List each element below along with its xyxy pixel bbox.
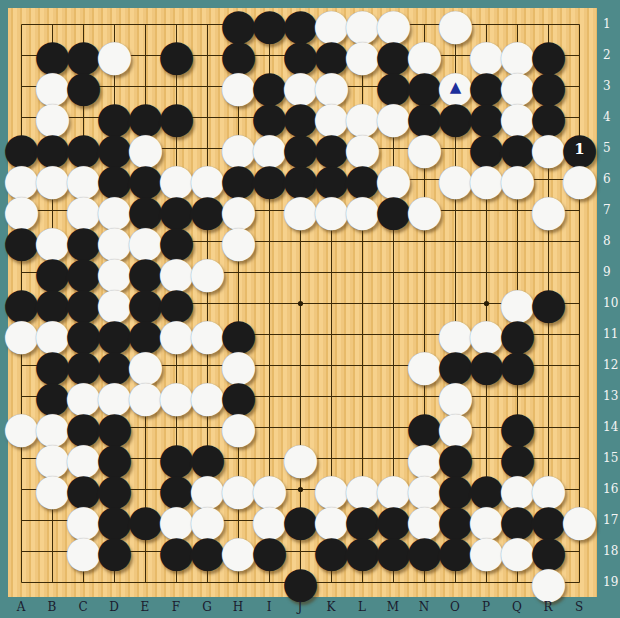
star-point: [112, 487, 117, 492]
row-label: 11: [603, 327, 618, 341]
row-label: 15: [603, 451, 618, 465]
column-label: P: [476, 600, 496, 614]
row-label: 2: [603, 48, 611, 62]
row-label: 19: [603, 575, 618, 589]
column-label: A: [11, 600, 31, 614]
column-label: F: [166, 600, 186, 614]
column-label: Q: [507, 600, 527, 614]
row-label: 4: [603, 110, 611, 124]
column-label: E: [135, 600, 155, 614]
column-label: J: [290, 600, 310, 614]
row-label: 6: [603, 172, 611, 186]
star-point: [484, 487, 489, 492]
go-board[interactable]: ●●●●●●●●●●●●●●●●●●●●●●●●●●●●●●●●●●●●●●●●…: [8, 8, 597, 597]
row-label: 3: [603, 79, 611, 93]
board-grid: [8, 8, 597, 597]
row-label: 12: [603, 358, 618, 372]
star-point: [298, 301, 303, 306]
column-label: I: [259, 600, 279, 614]
star-point: [484, 115, 489, 120]
column-label: H: [228, 600, 248, 614]
row-label: 7: [603, 203, 611, 217]
column-label: O: [445, 600, 465, 614]
star-point: [112, 115, 117, 120]
column-label: M: [383, 600, 403, 614]
star-point: [298, 115, 303, 120]
column-label: S: [569, 600, 589, 614]
star-point: [298, 487, 303, 492]
row-label: 10: [603, 296, 618, 310]
star-point: [112, 301, 117, 306]
row-label: 18: [603, 544, 618, 558]
row-label: 17: [603, 513, 618, 527]
go-game-window: ●●●●●●●●●●●●●●●●●●●●●●●●●●●●●●●●●●●●●●●●…: [0, 0, 620, 618]
column-label: K: [321, 600, 341, 614]
column-label: D: [104, 600, 124, 614]
column-label: N: [414, 600, 434, 614]
column-label: B: [42, 600, 62, 614]
column-label: C: [73, 600, 93, 614]
star-point: [484, 301, 489, 306]
row-label: 5: [603, 141, 611, 155]
row-label: 8: [603, 234, 611, 248]
row-label: 9: [603, 265, 611, 279]
column-label: L: [352, 600, 372, 614]
row-label: 14: [603, 420, 618, 434]
column-label: R: [538, 600, 558, 614]
row-label: 16: [603, 482, 618, 496]
row-label: 13: [603, 389, 618, 403]
row-label: 1: [603, 17, 611, 31]
column-label: G: [197, 600, 217, 614]
